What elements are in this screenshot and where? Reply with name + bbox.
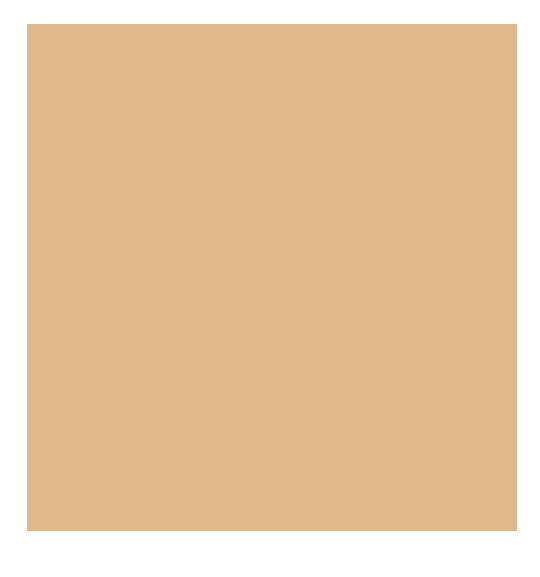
go-diagram-page bbox=[0, 0, 540, 577]
go-board[interactable] bbox=[27, 24, 517, 531]
